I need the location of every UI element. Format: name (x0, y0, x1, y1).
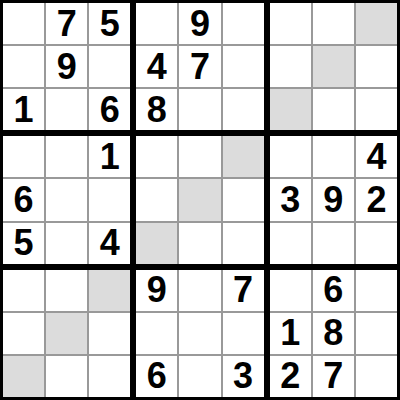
box-2-3: 4392 (270, 136, 397, 263)
cell-r3c5[interactable] (179, 89, 220, 130)
cell-r4c3: 1 (89, 136, 130, 177)
cell-r9c7: 2 (270, 356, 311, 397)
cell-r2c5: 7 (179, 46, 220, 87)
cell-r7c3[interactable] (89, 270, 130, 311)
cell-r4c7[interactable] (270, 136, 311, 177)
cell-r8c4[interactable] (136, 313, 177, 354)
cell-r6c9[interactable] (356, 223, 397, 264)
box-1-2: 9478 (136, 3, 263, 130)
cell-r3c9[interactable] (356, 89, 397, 130)
cell-r2c4: 4 (136, 46, 177, 87)
cell-r8c1[interactable] (3, 313, 44, 354)
cell-r2c3[interactable] (89, 46, 130, 87)
cell-r6c4[interactable] (136, 223, 177, 264)
cell-r8c8: 8 (313, 313, 354, 354)
cell-r9c5[interactable] (179, 356, 220, 397)
cell-r7c2[interactable] (46, 270, 87, 311)
box-1-3 (270, 3, 397, 130)
cell-r4c1[interactable] (3, 136, 44, 177)
cell-r5c1: 6 (3, 179, 44, 220)
box-2-1: 1654 (3, 136, 130, 263)
cell-r1c1[interactable] (3, 3, 44, 44)
cell-r4c4[interactable] (136, 136, 177, 177)
cell-r8c9[interactable] (356, 313, 397, 354)
cell-r4c5[interactable] (179, 136, 220, 177)
cell-r7c9[interactable] (356, 270, 397, 311)
cell-r2c8[interactable] (313, 46, 354, 87)
cell-r2c9[interactable] (356, 46, 397, 87)
cell-r4c8[interactable] (313, 136, 354, 177)
cell-r3c1: 1 (3, 89, 44, 130)
cell-r2c1[interactable] (3, 46, 44, 87)
cell-r2c6[interactable] (223, 46, 264, 87)
cell-r9c9[interactable] (356, 356, 397, 397)
box-1-1: 75916 (3, 3, 130, 130)
cell-r8c7: 1 (270, 313, 311, 354)
cell-r1c3: 5 (89, 3, 130, 44)
cell-r7c4: 9 (136, 270, 177, 311)
cell-r5c4[interactable] (136, 179, 177, 220)
cell-r9c3[interactable] (89, 356, 130, 397)
cell-r4c6[interactable] (223, 136, 264, 177)
box-3-3: 61827 (270, 270, 397, 397)
cell-r6c6[interactable] (223, 223, 264, 264)
cell-r4c9: 4 (356, 136, 397, 177)
cell-r6c2[interactable] (46, 223, 87, 264)
cell-r1c5: 9 (179, 3, 220, 44)
cell-r9c4: 6 (136, 356, 177, 397)
cell-r1c7[interactable] (270, 3, 311, 44)
cell-r8c3[interactable] (89, 313, 130, 354)
cell-r7c5[interactable] (179, 270, 220, 311)
cell-r5c9: 2 (356, 179, 397, 220)
cell-r5c6[interactable] (223, 179, 264, 220)
cell-r1c9[interactable] (356, 3, 397, 44)
cell-r9c8: 7 (313, 356, 354, 397)
cell-r6c8[interactable] (313, 223, 354, 264)
cell-r8c5[interactable] (179, 313, 220, 354)
cell-r1c2: 7 (46, 3, 87, 44)
cell-r8c6[interactable] (223, 313, 264, 354)
cell-r5c2[interactable] (46, 179, 87, 220)
cell-r3c3: 6 (89, 89, 130, 130)
box-2-2 (136, 136, 263, 263)
cell-r4c2[interactable] (46, 136, 87, 177)
cell-r5c8: 9 (313, 179, 354, 220)
cell-r1c6[interactable] (223, 3, 264, 44)
cell-r7c8: 6 (313, 270, 354, 311)
cell-r7c6: 7 (223, 270, 264, 311)
cell-r3c6[interactable] (223, 89, 264, 130)
cell-r9c1[interactable] (3, 356, 44, 397)
cell-r9c2[interactable] (46, 356, 87, 397)
cell-r7c1[interactable] (3, 270, 44, 311)
cell-r3c8[interactable] (313, 89, 354, 130)
cell-r6c3: 4 (89, 223, 130, 264)
cell-r2c2: 9 (46, 46, 87, 87)
cell-r6c1: 5 (3, 223, 44, 264)
cell-r1c8[interactable] (313, 3, 354, 44)
cell-r3c7[interactable] (270, 89, 311, 130)
cell-r8c2[interactable] (46, 313, 87, 354)
cell-r5c7: 3 (270, 179, 311, 220)
box-3-2: 9763 (136, 270, 263, 397)
cell-r6c5[interactable] (179, 223, 220, 264)
sudoku-board: 75916947816544392976361827 (0, 0, 400, 400)
box-3-1 (3, 270, 130, 397)
cell-r2c7[interactable] (270, 46, 311, 87)
cell-r5c3[interactable] (89, 179, 130, 220)
cell-r3c2[interactable] (46, 89, 87, 130)
cell-r1c4[interactable] (136, 3, 177, 44)
cell-r3c4: 8 (136, 89, 177, 130)
cell-r9c6: 3 (223, 356, 264, 397)
cell-r7c7[interactable] (270, 270, 311, 311)
cell-r5c5[interactable] (179, 179, 220, 220)
cell-r6c7[interactable] (270, 223, 311, 264)
